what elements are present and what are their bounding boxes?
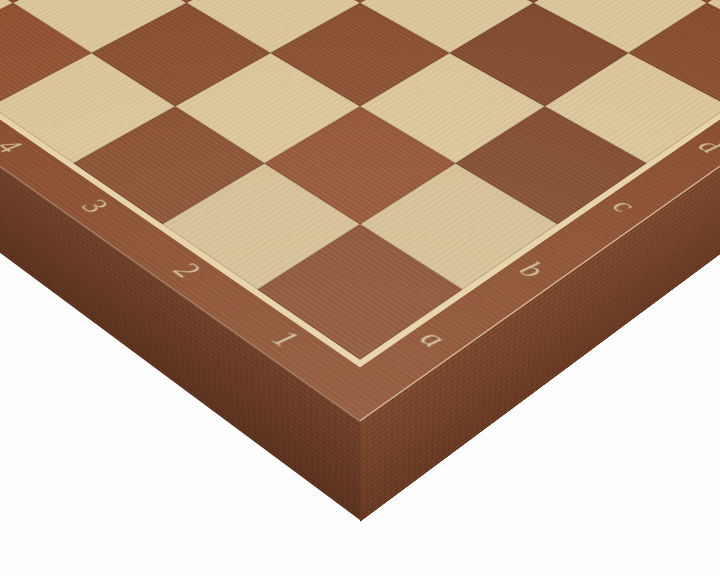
perspective-scene: abcdefgh 12345678 (0, 0, 720, 576)
product-photo-stage: abcdefgh 12345678 (0, 0, 720, 576)
board-top-face: abcdefgh 12345678 (0, 0, 720, 420)
